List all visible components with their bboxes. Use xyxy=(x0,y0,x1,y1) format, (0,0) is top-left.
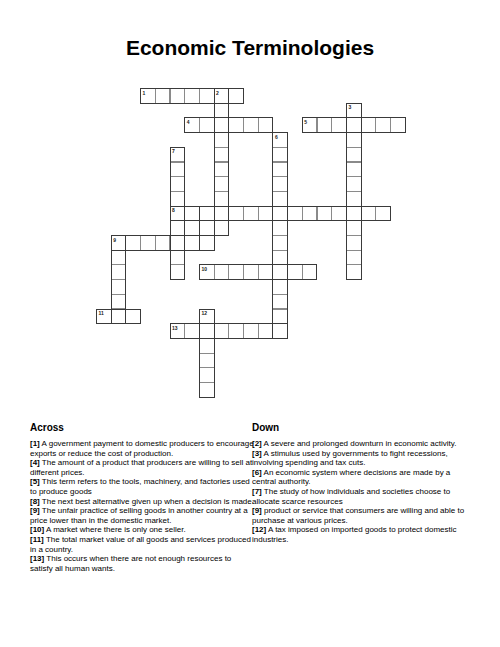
grid-cell[interactable] xyxy=(287,264,303,280)
grid-cell[interactable] xyxy=(243,264,259,280)
grid-cell[interactable] xyxy=(214,132,230,148)
grid-cell[interactable] xyxy=(199,235,215,251)
grid-cell[interactable] xyxy=(170,220,186,236)
grid-cell[interactable] xyxy=(272,323,288,339)
grid-cell[interactable] xyxy=(317,206,333,222)
grid-cell[interactable] xyxy=(199,367,215,383)
grid-cell[interactable] xyxy=(170,88,186,104)
grid-cell[interactable] xyxy=(125,309,141,325)
grid-cell[interactable] xyxy=(272,220,288,236)
clue-item: [11] The total market value of all goods… xyxy=(30,535,254,554)
grid-cell[interactable] xyxy=(346,191,362,207)
grid-cell[interactable] xyxy=(214,117,230,133)
grid-cell[interactable] xyxy=(111,294,127,310)
clue-item: [5] This term refers to the tools, machi… xyxy=(30,477,254,496)
grid-cell[interactable] xyxy=(199,382,215,398)
clue-item: [2] A severe and prolonged downturn in e… xyxy=(252,439,474,449)
grid-cell[interactable] xyxy=(228,323,244,339)
grid-cell[interactable] xyxy=(228,88,244,104)
grid-cell[interactable] xyxy=(243,206,259,222)
grid-cell[interactable] xyxy=(214,162,230,178)
cell-number: 5 xyxy=(304,119,307,125)
grid-cell[interactable] xyxy=(302,206,318,222)
cell-number: 10 xyxy=(201,266,207,272)
grid-cell[interactable] xyxy=(272,264,288,280)
grid-cell[interactable] xyxy=(272,162,288,178)
cell-number: 11 xyxy=(99,310,104,316)
grid-cell[interactable]: 3 xyxy=(346,103,362,119)
grid-cell[interactable] xyxy=(184,206,200,222)
grid-cell[interactable] xyxy=(214,176,230,192)
clue-item: [4] The amount of a product that produce… xyxy=(30,458,254,477)
grid-cell[interactable] xyxy=(272,279,288,295)
grid-cell[interactable] xyxy=(346,220,362,236)
cell-number: 3 xyxy=(348,104,351,110)
grid-cell[interactable] xyxy=(170,235,186,251)
grid-cell[interactable] xyxy=(199,353,215,369)
grid-cell[interactable]: 7 xyxy=(170,147,186,163)
page-title: Economic Terminologies xyxy=(0,36,500,60)
grid-cell[interactable] xyxy=(331,206,347,222)
clues-across-section: Across [1] A government payment to domes… xyxy=(30,422,254,573)
grid-cell[interactable] xyxy=(272,147,288,163)
grid-cell[interactable] xyxy=(111,309,127,325)
grid-cell[interactable]: 13 xyxy=(170,323,186,339)
grid-cell[interactable] xyxy=(317,117,333,133)
cell-number: 1 xyxy=(143,90,146,96)
clue-item: [10] A market where there is only one se… xyxy=(30,525,254,535)
grid-cell[interactable] xyxy=(272,206,288,222)
grid-cell[interactable] xyxy=(111,279,127,295)
grid-cell[interactable] xyxy=(272,191,288,207)
grid-cell[interactable] xyxy=(287,206,303,222)
grid-cell[interactable] xyxy=(199,338,215,354)
grid-cell[interactable] xyxy=(140,235,156,251)
grid-cell[interactable] xyxy=(272,176,288,192)
grid-cell[interactable] xyxy=(361,117,377,133)
crossword-page: Economic Terminologies 12345678910111213… xyxy=(0,0,500,647)
grid-cell[interactable] xyxy=(346,117,362,133)
grid-cell[interactable] xyxy=(346,235,362,251)
cell-number: 8 xyxy=(172,207,175,213)
grid-cell[interactable] xyxy=(184,323,200,339)
clues-across-list: [1] A government payment to domestic pro… xyxy=(30,439,254,573)
grid-cell[interactable]: 2 xyxy=(214,88,230,104)
grid-cell[interactable] xyxy=(272,309,288,325)
grid-cell[interactable] xyxy=(272,294,288,310)
grid-cell[interactable] xyxy=(258,323,274,339)
grid-cell[interactable]: 6 xyxy=(272,132,288,148)
grid-cell[interactable] xyxy=(272,250,288,266)
clues-down-section: Down [2] A severe and prolonged downturn… xyxy=(252,422,474,545)
clue-item: [9] The unfair practice of selling goods… xyxy=(30,506,254,525)
grid-cell[interactable] xyxy=(346,264,362,280)
grid-cell[interactable] xyxy=(199,220,215,236)
clue-item: [12] A tax imposed on imported goods to … xyxy=(252,525,474,544)
grid-cell[interactable] xyxy=(214,191,230,207)
grid-cell[interactable]: 1 xyxy=(140,88,156,104)
grid-cell[interactable] xyxy=(155,235,171,251)
grid-cell[interactable] xyxy=(228,117,244,133)
grid-cell[interactable] xyxy=(346,250,362,266)
grid-cell[interactable] xyxy=(258,117,274,133)
cell-number: 9 xyxy=(113,237,116,243)
grid-cell[interactable] xyxy=(184,88,200,104)
grid-cell[interactable] xyxy=(243,323,259,339)
grid-cell[interactable] xyxy=(346,162,362,178)
grid-cell[interactable] xyxy=(199,117,215,133)
clue-item: [1] A government payment to domestic pro… xyxy=(30,439,254,458)
grid-cell[interactable]: 11 xyxy=(96,309,112,325)
grid-cell[interactable] xyxy=(346,147,362,163)
grid-cell[interactable] xyxy=(199,206,215,222)
grid-cell[interactable] xyxy=(214,206,230,222)
grid-cell[interactable] xyxy=(170,176,186,192)
grid-cell[interactable]: 4 xyxy=(184,117,200,133)
grid-cell[interactable] xyxy=(125,235,141,251)
clue-item: [7] The study of how individuals and soc… xyxy=(252,487,474,506)
grid-cell[interactable] xyxy=(111,264,127,280)
grid-cell[interactable] xyxy=(258,264,274,280)
grid-cell[interactable] xyxy=(331,117,347,133)
grid-cell[interactable] xyxy=(214,220,230,236)
grid-cell[interactable]: 10 xyxy=(199,264,215,280)
clues-down-header: Down xyxy=(252,422,474,433)
clue-item: [3] A stimulus used by governments to fi… xyxy=(252,449,474,468)
grid-cell[interactable]: 12 xyxy=(199,309,215,325)
grid-cell[interactable] xyxy=(170,162,186,178)
grid-cell[interactable] xyxy=(375,117,391,133)
grid-cell[interactable] xyxy=(214,264,230,280)
grid-cell[interactable] xyxy=(375,206,391,222)
grid-cell[interactable] xyxy=(346,132,362,148)
grid-cell[interactable]: 5 xyxy=(302,117,318,133)
cell-number: 7 xyxy=(172,148,175,154)
grid-cell[interactable] xyxy=(214,147,230,163)
clues-across-header: Across xyxy=(30,422,254,433)
grid-cell[interactable]: 9 xyxy=(111,235,127,251)
cell-number: 6 xyxy=(275,134,278,140)
grid-cell[interactable] xyxy=(199,88,215,104)
grid-cell[interactable] xyxy=(258,206,274,222)
grid-cell[interactable] xyxy=(184,235,200,251)
clue-item: [8] The next best alternative given up w… xyxy=(30,497,254,507)
cell-number: 4 xyxy=(187,119,190,125)
grid-cell[interactable] xyxy=(199,323,215,339)
clue-item: [13] This occurs when there are not enou… xyxy=(30,554,254,573)
cell-number: 2 xyxy=(216,90,219,96)
cell-number: 12 xyxy=(201,310,207,316)
grid-cell[interactable] xyxy=(214,323,230,339)
grid-cell[interactable] xyxy=(228,206,244,222)
cell-number: 13 xyxy=(172,325,178,331)
grid-cell[interactable] xyxy=(214,103,230,119)
grid-cell[interactable] xyxy=(170,250,186,266)
grid-cell[interactable] xyxy=(111,250,127,266)
grid-cell[interactable] xyxy=(243,117,259,133)
grid-cell[interactable]: 8 xyxy=(170,206,186,222)
clue-item: [9] product or service that consumers ar… xyxy=(252,506,474,525)
grid-cell[interactable] xyxy=(170,264,186,280)
grid-cell[interactable] xyxy=(390,117,406,133)
crossword-grid: 12345678910111213 xyxy=(96,88,406,398)
grid-cell[interactable] xyxy=(155,88,171,104)
grid-cell[interactable] xyxy=(228,264,244,280)
grid-cell[interactable] xyxy=(346,176,362,192)
grid-cell[interactable] xyxy=(302,264,318,280)
clues-down-list: [2] A severe and prolonged downturn in e… xyxy=(252,439,474,545)
grid-cell[interactable] xyxy=(361,206,377,222)
grid-cell[interactable] xyxy=(346,206,362,222)
grid-cell[interactable] xyxy=(272,235,288,251)
clue-item: [6] An economic system where decisions a… xyxy=(252,468,474,487)
grid-cell[interactable] xyxy=(170,191,186,207)
